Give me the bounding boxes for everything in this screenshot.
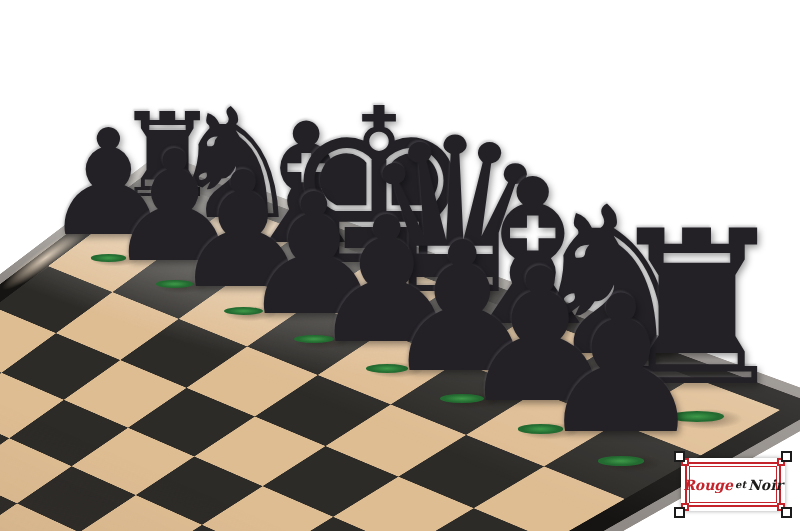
rouge-et-noir-logo: Rouge et Noir — [681, 458, 785, 511]
scene: ♜♞♝♚♛♝♞♜♟♟♟♟♟♟♟♟ Rouge et Noir — [0, 0, 800, 531]
logo-word-et: et — [735, 479, 746, 490]
logo-word-rouge: Rouge — [683, 477, 733, 493]
logo-word-noir: Noir — [748, 477, 783, 493]
chessboard — [0, 153, 800, 531]
logo-text: Rouge et Noir — [681, 458, 785, 511]
